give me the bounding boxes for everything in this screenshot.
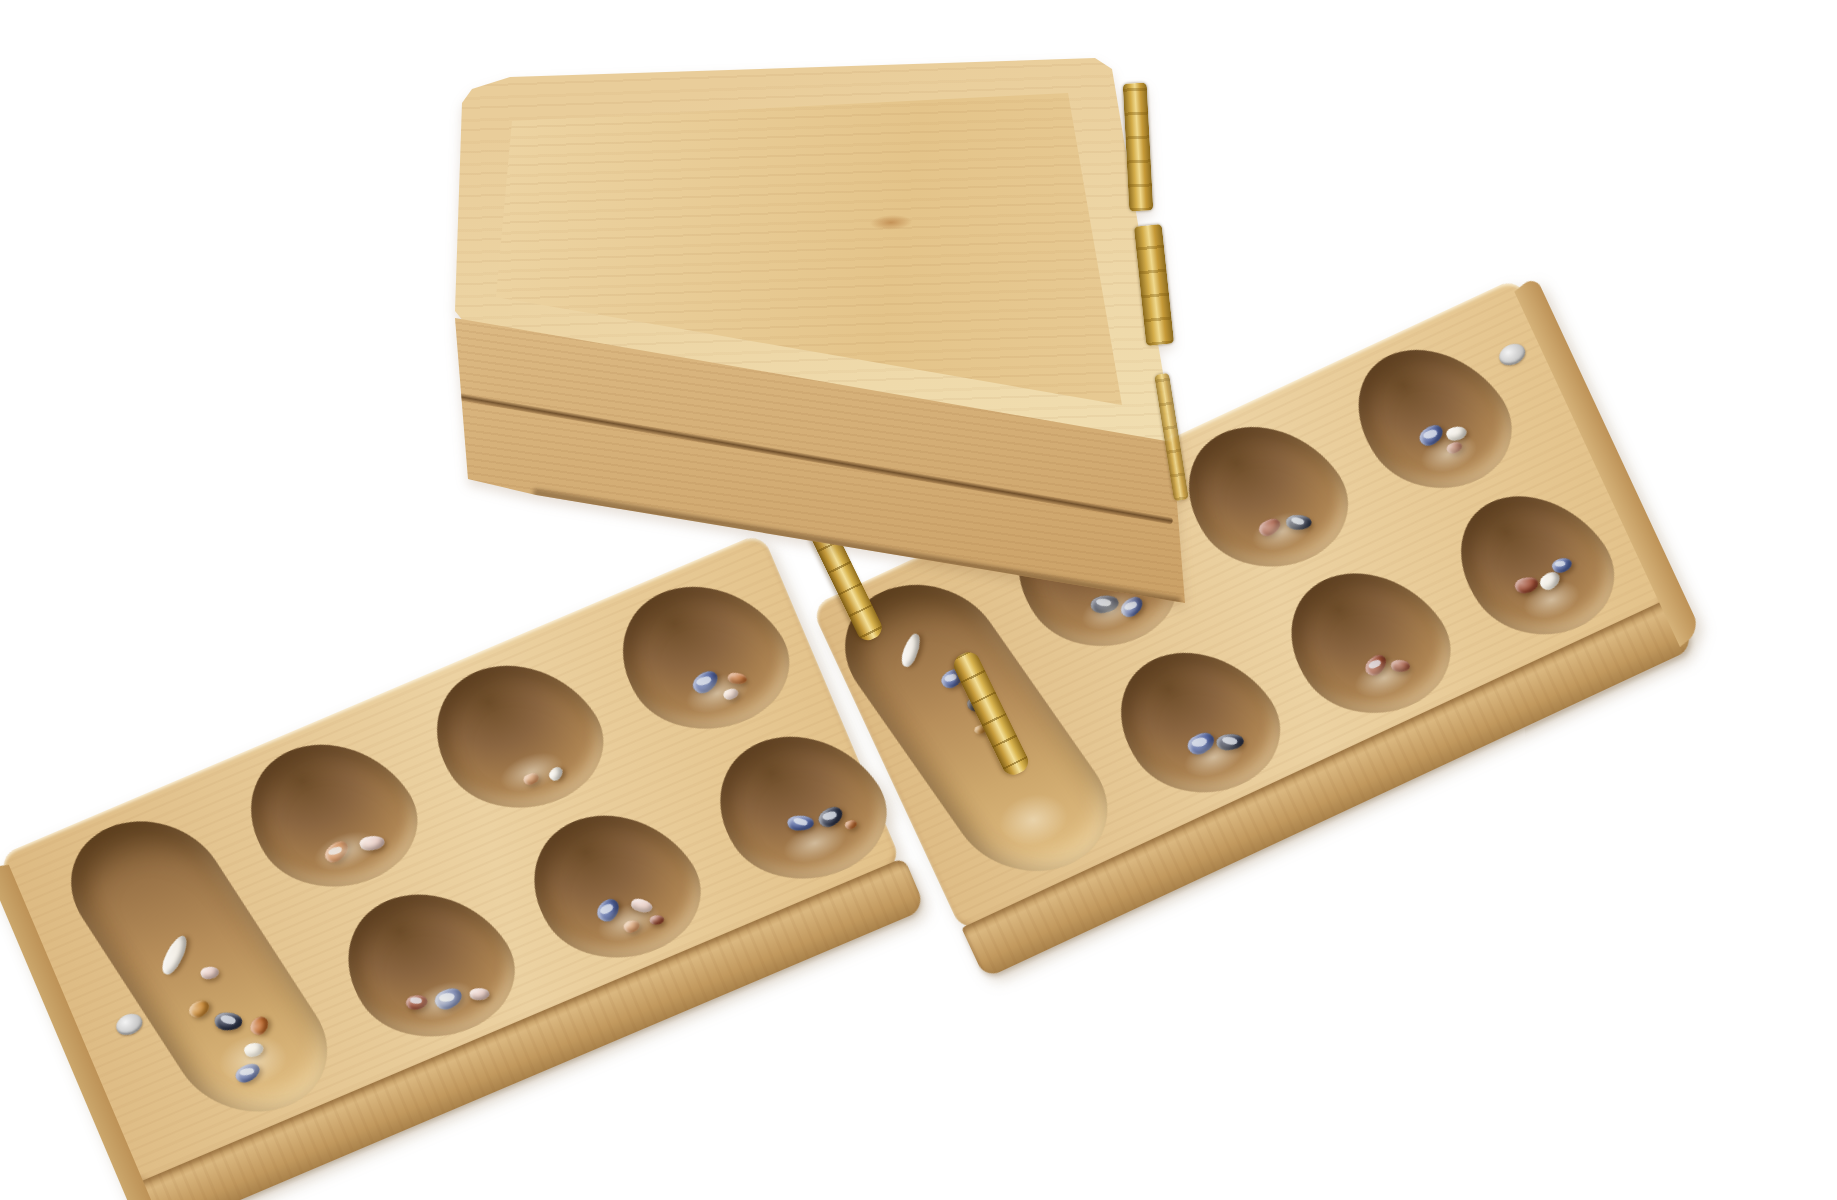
stone-red_jasper bbox=[1390, 659, 1410, 671]
mancala-product-photo bbox=[0, 0, 1837, 1200]
stone-speck bbox=[598, 902, 615, 915]
stone-speck bbox=[1190, 737, 1208, 748]
stone-red_jasper bbox=[648, 914, 665, 925]
stone-speck bbox=[409, 997, 421, 1005]
stone-sodalite bbox=[786, 815, 815, 831]
stone-citrine bbox=[185, 997, 213, 1021]
stone-clear_quartz bbox=[158, 933, 192, 977]
stone-speck bbox=[1221, 735, 1237, 745]
folded-mancala-box bbox=[450, 55, 1220, 655]
stone-dark_sodalite bbox=[1214, 732, 1246, 751]
stone-red_jasper bbox=[1444, 440, 1465, 456]
stone-speck bbox=[943, 672, 958, 682]
stone-speck bbox=[438, 992, 455, 1002]
stone-speck bbox=[1421, 429, 1438, 440]
stone-clear_quartz bbox=[547, 764, 566, 782]
stone-red_jasper bbox=[1511, 575, 1541, 596]
stone-sodalite bbox=[1415, 421, 1448, 449]
stone-red_jasper bbox=[403, 993, 430, 1012]
stone-speck bbox=[1555, 561, 1567, 567]
stone-speck bbox=[327, 845, 344, 856]
stone-carnelian bbox=[843, 818, 859, 830]
stone-rose_quartz bbox=[630, 896, 654, 915]
stone-speck bbox=[238, 1068, 254, 1077]
stone-dark_sodalite bbox=[814, 803, 847, 830]
stone-carnelian bbox=[728, 672, 748, 685]
stone-dark_sodalite bbox=[1284, 514, 1312, 529]
stone-sodalite bbox=[431, 984, 467, 1013]
stone-speck bbox=[219, 1013, 236, 1026]
stone-sodalite bbox=[1183, 729, 1219, 758]
stone-speck bbox=[1366, 659, 1382, 670]
stone-red_jasper bbox=[1255, 515, 1284, 539]
stone-sodalite bbox=[232, 1060, 265, 1086]
stone-speck bbox=[792, 816, 808, 827]
stone-carnelian bbox=[621, 918, 642, 934]
stone-carnelian bbox=[247, 1014, 272, 1038]
stone-sodalite bbox=[593, 895, 624, 925]
stone-sodalite bbox=[688, 667, 723, 697]
wood-knot bbox=[870, 214, 913, 231]
stone-rose_quartz bbox=[198, 965, 221, 981]
stone-rose_quartz bbox=[467, 987, 490, 1001]
pit-left-back-2[interactable] bbox=[404, 641, 631, 830]
stone-speck bbox=[1290, 515, 1305, 526]
stone-carnelian bbox=[520, 771, 541, 787]
stone-clear_quartz bbox=[241, 1040, 266, 1059]
stone-clear_quartz bbox=[1444, 424, 1470, 442]
stone-speck bbox=[821, 811, 837, 821]
stone-red_jasper bbox=[1361, 652, 1391, 679]
stone-dark_sodalite bbox=[213, 1012, 243, 1030]
stone-rose_quartz bbox=[357, 834, 386, 852]
stone-speck bbox=[694, 675, 712, 686]
stone-carnelian bbox=[321, 837, 353, 865]
pit-left-back-1[interactable] bbox=[218, 720, 445, 909]
stone-rose_quartz bbox=[721, 686, 741, 701]
